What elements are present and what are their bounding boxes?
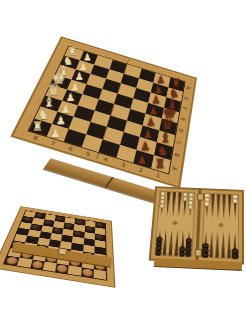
points-row — [204, 194, 238, 220]
backgammon-half-right — [201, 193, 239, 260]
checkers-square — [93, 269, 106, 280]
file-label: F — [177, 103, 193, 113]
chess-piece: ♟ — [62, 92, 79, 103]
backgammon-point — [232, 232, 238, 259]
chess-piece: ♝ — [156, 131, 173, 145]
points-row — [155, 229, 192, 257]
backgammon-half-left — [154, 191, 195, 258]
backgammon-checker — [232, 253, 239, 260]
checker-stack — [232, 195, 238, 203]
chess-piece: ♟ — [142, 116, 159, 127]
points-row — [202, 231, 238, 259]
chess-piece: ♟ — [140, 128, 157, 139]
backgammon-point — [185, 230, 192, 256]
checker-stack — [232, 249, 239, 258]
checker-piece-light — [82, 268, 92, 276]
backgammon-checker — [232, 198, 238, 204]
hinge — [195, 190, 201, 261]
file-label: G — [179, 93, 195, 103]
chess-piece: ♟ — [46, 127, 64, 139]
chess-piece: ♟ — [52, 115, 70, 126]
backgammon-checker — [185, 251, 192, 258]
backgammon-point — [232, 195, 238, 220]
chess-piece: ♟ — [133, 153, 151, 165]
chess-piece: ♜ — [29, 120, 47, 133]
checker-stack — [185, 239, 193, 257]
checkers-square — [81, 267, 94, 278]
backgammon-checker — [187, 204, 194, 210]
checker-piece-light — [31, 260, 42, 268]
checker-piece-light — [6, 257, 18, 265]
chess-piece: ♟ — [145, 105, 162, 116]
file-label: H — [181, 83, 196, 93]
points-row — [159, 192, 194, 218]
chess-grid: ♜♟♟♜♞♟♟♞♝♟♟♝♚♟♟♚♛♟♟♛♝♟♟♝♞♟♟♞♜♟♟♜ — [29, 46, 185, 173]
checker-piece-light — [57, 264, 68, 272]
product-photo-stage: ♜♟♟♜♞♟♟♞♝♟♟♝♚♟♟♚♛♟♟♛♝♟♟♝♞♟♟♞♜♟♟♜ 8765432… — [0, 0, 246, 328]
chess-piece: ♜ — [150, 158, 168, 171]
checkers-square — [68, 265, 81, 276]
clasp — [58, 247, 68, 255]
backgammon-board-scene — [148, 176, 246, 288]
checker-stack — [187, 193, 194, 209]
chess-piece: ♟ — [136, 140, 154, 151]
chess-board: ♜♟♟♜♞♟♟♞♝♟♟♝♚♟♟♚♛♟♟♛♝♟♟♝♞♟♟♞♜♟♟♜ 8765432… — [12, 37, 196, 187]
chess-piece: ♟ — [57, 103, 74, 114]
checkers-board-scene — [0, 176, 142, 286]
backgammon-case — [149, 186, 244, 264]
backgammon-point — [187, 193, 194, 218]
